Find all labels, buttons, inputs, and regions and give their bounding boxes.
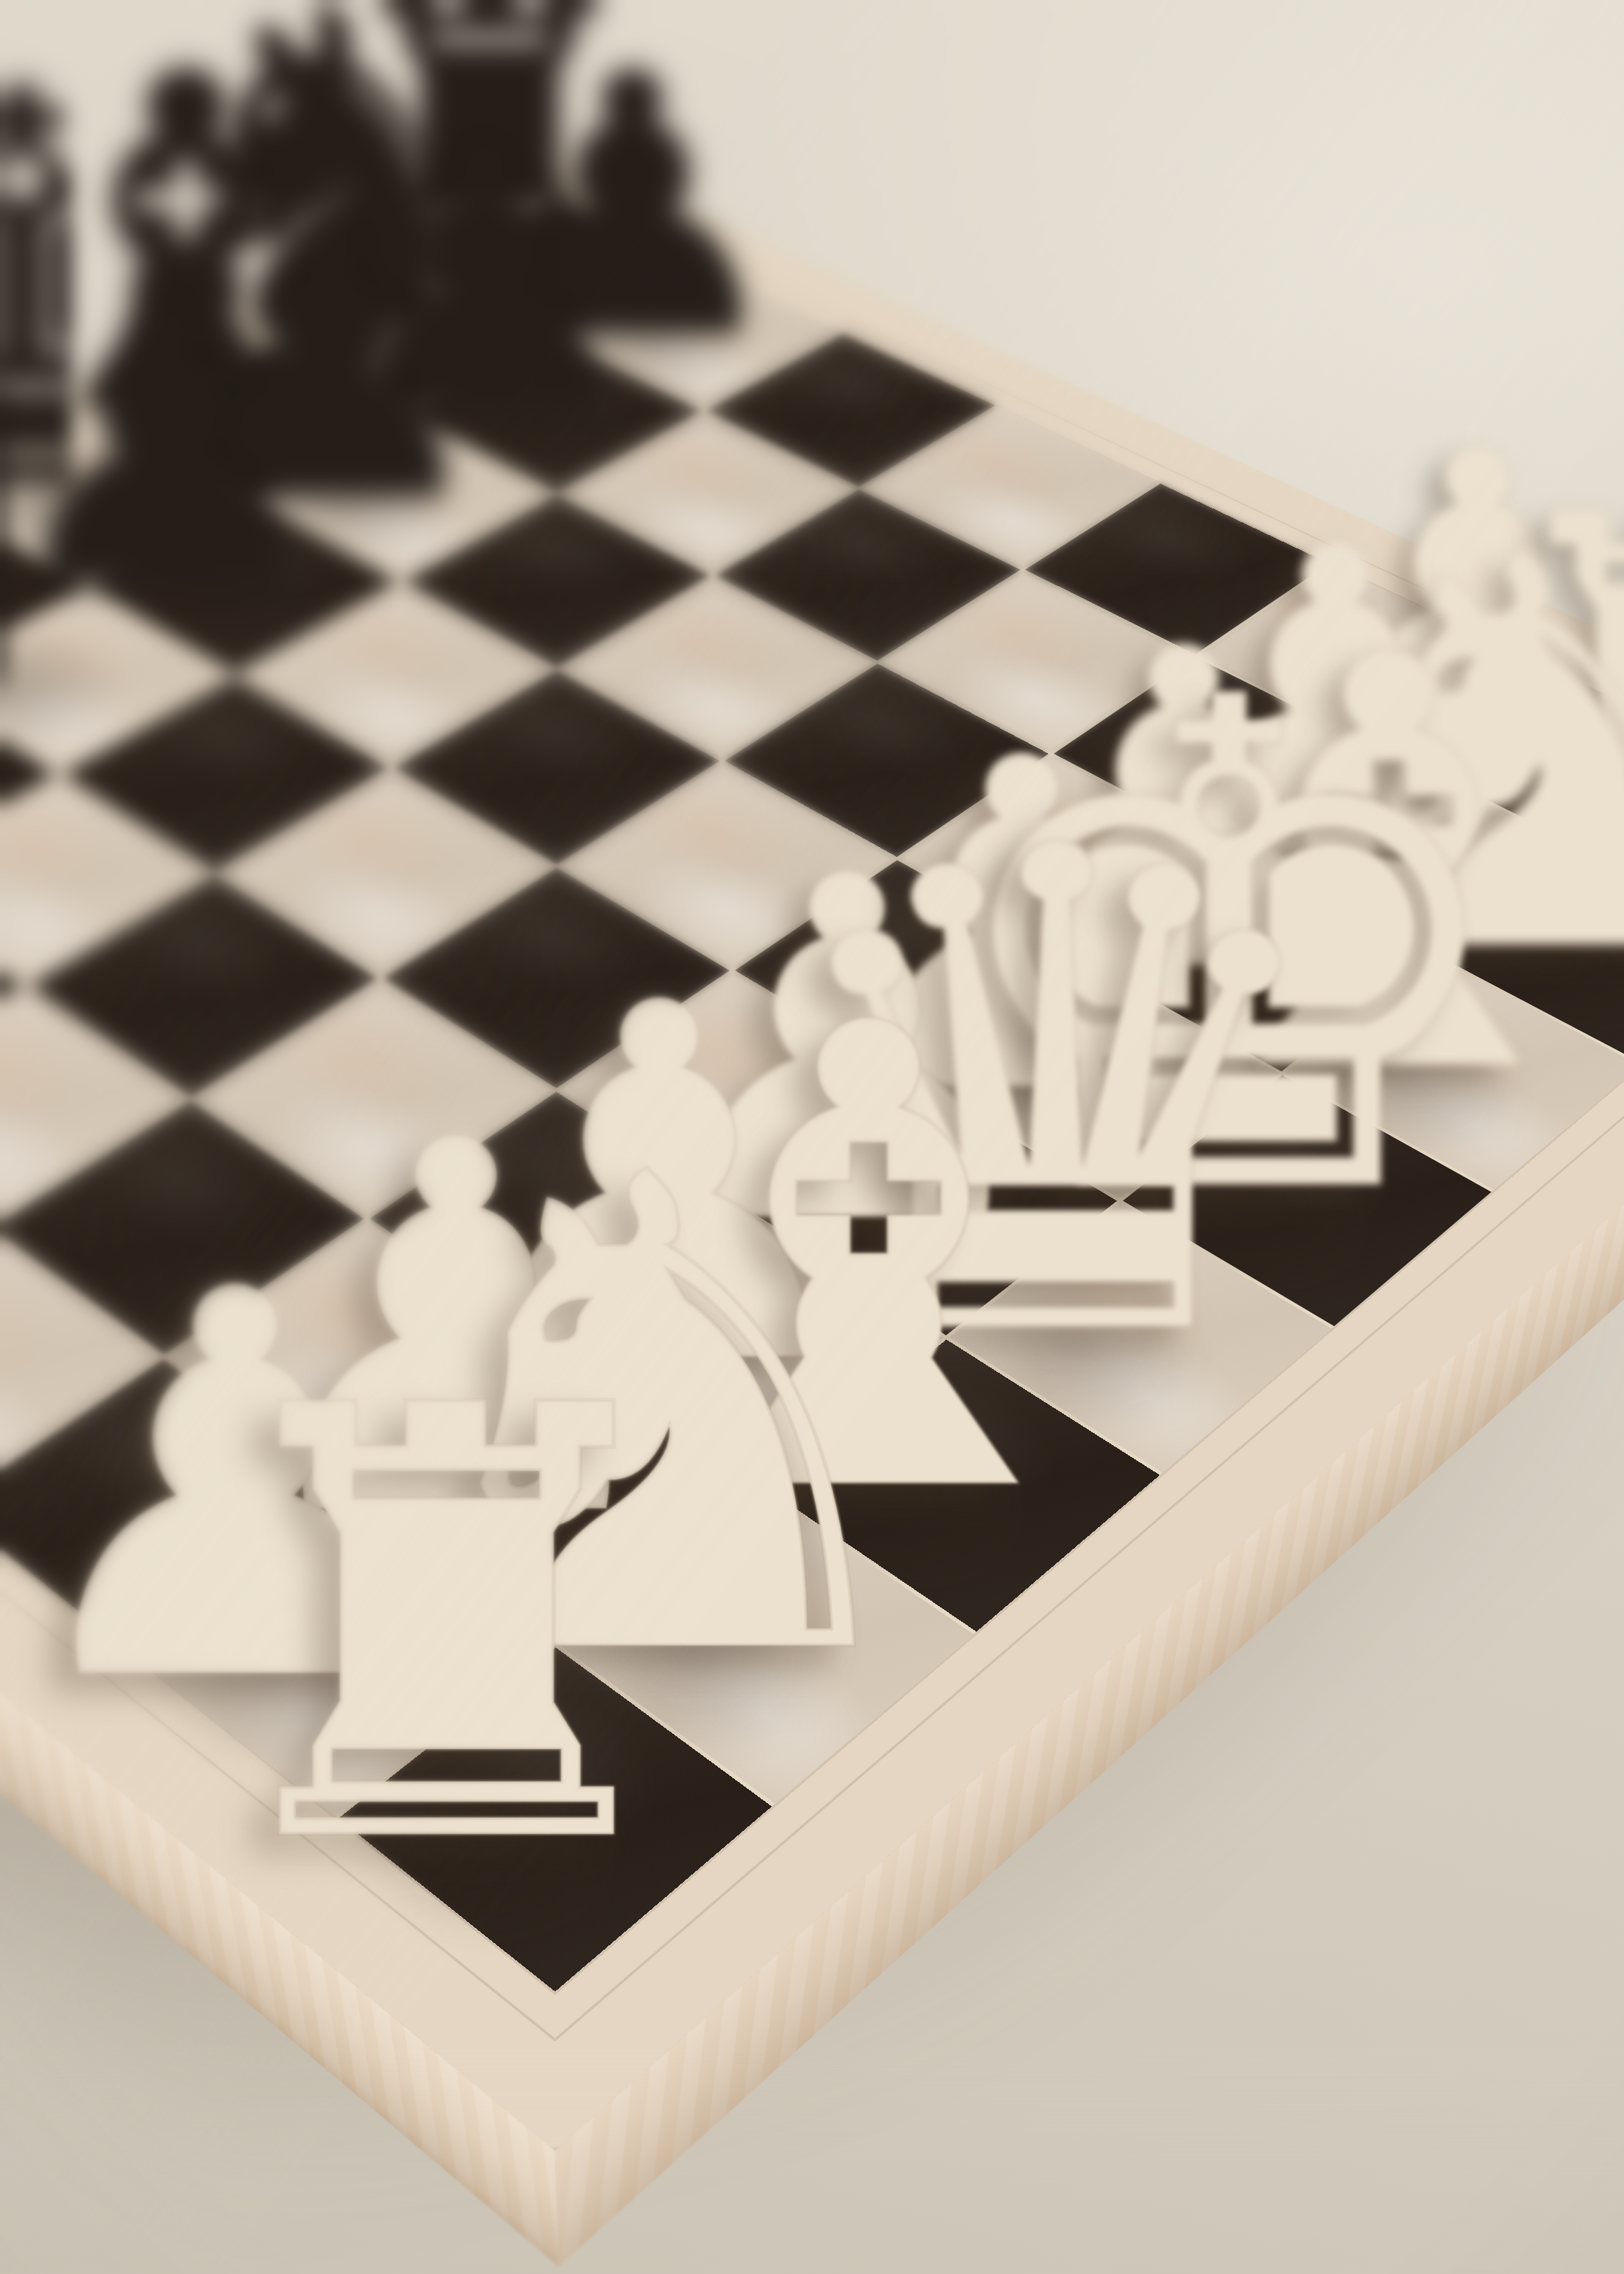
- scene-3d: ♜♟♟♜♞♟♟♞♝♟♟♝♚♟♟♚♛♟♟♛♝♟♟♝♞♟♟♞♜♟♟♜: [0, 0, 1624, 2274]
- piece-black-pawn-c7[interactable]: ♟: [0, 445, 135, 827]
- white-rook-icon: ♜: [1, 1355, 891, 1901]
- photo-stage: ♜♟♟♜♞♟♟♞♝♟♟♝♚♟♟♚♛♟♟♛♝♟♟♝♞♟♟♞♜♟♟♜: [0, 0, 1624, 2274]
- board-grid: ♜♟♟♜♞♟♟♞♝♟♟♝♚♟♟♚♛♟♟♛♝♟♟♝♞♟♟♞♜♟♟♜: [0, 199, 1624, 1991]
- piece-white-rook-a1[interactable]: ♜: [1, 1355, 891, 1901]
- square-a1[interactable]: ♜: [338, 1647, 771, 1991]
- black-pawn-icon: ♟: [0, 445, 135, 827]
- chess-board: ♜♟♟♜♞♟♟♞♝♟♟♝♚♟♟♚♛♟♟♛♝♟♟♝♞♟♟♞♜♟♟♜: [0, 145, 1624, 2150]
